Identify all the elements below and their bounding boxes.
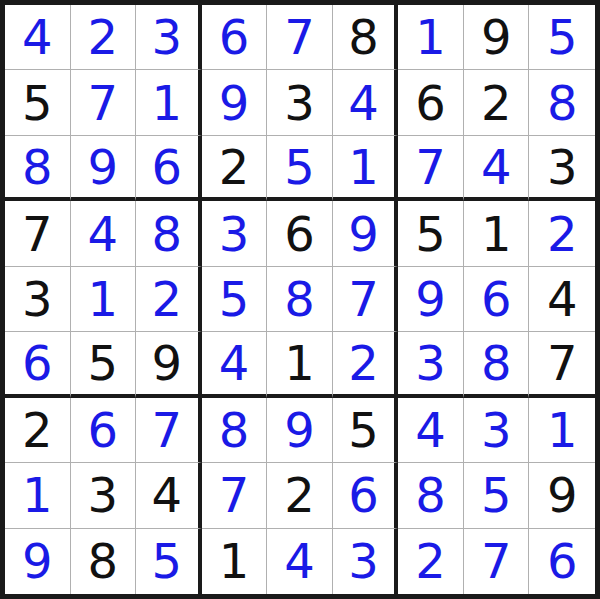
- cell-r3c6[interactable]: 1: [333, 136, 399, 201]
- cell-r8c1[interactable]: 1: [5, 463, 71, 528]
- cell-r6c8[interactable]: 8: [464, 332, 530, 397]
- cell-r2c6[interactable]: 4: [333, 70, 399, 135]
- cell-r4c6[interactable]: 9: [333, 201, 399, 266]
- cell-r9c6[interactable]: 3: [333, 529, 399, 594]
- cell-r2c9[interactable]: 8: [529, 70, 595, 135]
- cell-r9c1[interactable]: 9: [5, 529, 71, 594]
- cell-r5c1[interactable]: 3: [5, 267, 71, 332]
- cell-r5c2[interactable]: 1: [71, 267, 137, 332]
- cell-r2c7[interactable]: 6: [398, 70, 464, 135]
- cell-r8c4[interactable]: 7: [202, 463, 268, 528]
- cell-r7c8[interactable]: 3: [464, 398, 530, 463]
- cell-r5c5[interactable]: 8: [267, 267, 333, 332]
- cell-r6c2[interactable]: 5: [71, 332, 137, 397]
- cell-r4c3[interactable]: 8: [136, 201, 202, 266]
- cell-r1c2[interactable]: 2: [71, 5, 137, 70]
- cell-r7c4[interactable]: 8: [202, 398, 268, 463]
- cell-r7c2[interactable]: 6: [71, 398, 137, 463]
- cell-r6c3[interactable]: 9: [136, 332, 202, 397]
- cell-r1c3[interactable]: 3: [136, 5, 202, 70]
- cell-r1c6[interactable]: 8: [333, 5, 399, 70]
- cell-r3c3[interactable]: 6: [136, 136, 202, 201]
- cell-r7c9[interactable]: 1: [529, 398, 595, 463]
- cell-r1c9[interactable]: 5: [529, 5, 595, 70]
- cell-r2c4[interactable]: 9: [202, 70, 268, 135]
- cell-r1c4[interactable]: 6: [202, 5, 268, 70]
- cell-r1c8[interactable]: 9: [464, 5, 530, 70]
- cell-r5c7[interactable]: 9: [398, 267, 464, 332]
- cell-r7c1[interactable]: 2: [5, 398, 71, 463]
- cell-r9c7[interactable]: 2: [398, 529, 464, 594]
- cell-r6c9[interactable]: 7: [529, 332, 595, 397]
- cell-r3c7[interactable]: 7: [398, 136, 464, 201]
- cell-r4c5[interactable]: 6: [267, 201, 333, 266]
- cell-r1c7[interactable]: 1: [398, 5, 464, 70]
- cell-r6c1[interactable]: 6: [5, 332, 71, 397]
- cell-r8c2[interactable]: 3: [71, 463, 137, 528]
- cell-r9c3[interactable]: 5: [136, 529, 202, 594]
- cell-r2c5[interactable]: 3: [267, 70, 333, 135]
- cell-r2c1[interactable]: 5: [5, 70, 71, 135]
- cell-r3c4[interactable]: 2: [202, 136, 268, 201]
- cell-r6c4[interactable]: 4: [202, 332, 268, 397]
- cell-r4c4[interactable]: 3: [202, 201, 268, 266]
- cell-r5c6[interactable]: 7: [333, 267, 399, 332]
- cell-r4c9[interactable]: 2: [529, 201, 595, 266]
- cell-r8c8[interactable]: 5: [464, 463, 530, 528]
- sudoku-board: 4236781955719346288962517437483695123125…: [0, 0, 600, 599]
- cell-r9c4[interactable]: 1: [202, 529, 268, 594]
- cell-r5c8[interactable]: 6: [464, 267, 530, 332]
- cell-r7c6[interactable]: 5: [333, 398, 399, 463]
- cell-r7c7[interactable]: 4: [398, 398, 464, 463]
- cell-r5c4[interactable]: 5: [202, 267, 268, 332]
- cell-r6c5[interactable]: 1: [267, 332, 333, 397]
- cell-r7c3[interactable]: 7: [136, 398, 202, 463]
- cell-r2c2[interactable]: 7: [71, 70, 137, 135]
- cell-r6c6[interactable]: 2: [333, 332, 399, 397]
- cell-r9c2[interactable]: 8: [71, 529, 137, 594]
- cell-r6c7[interactable]: 3: [398, 332, 464, 397]
- cell-r4c7[interactable]: 5: [398, 201, 464, 266]
- cell-r5c9[interactable]: 4: [529, 267, 595, 332]
- cell-r3c1[interactable]: 8: [5, 136, 71, 201]
- cell-r3c5[interactable]: 5: [267, 136, 333, 201]
- cell-r4c8[interactable]: 1: [464, 201, 530, 266]
- cell-r9c5[interactable]: 4: [267, 529, 333, 594]
- cell-r5c3[interactable]: 2: [136, 267, 202, 332]
- cell-r1c1[interactable]: 4: [5, 5, 71, 70]
- cell-r8c9[interactable]: 9: [529, 463, 595, 528]
- cell-r7c5[interactable]: 9: [267, 398, 333, 463]
- cell-r4c1[interactable]: 7: [5, 201, 71, 266]
- cell-r4c2[interactable]: 4: [71, 201, 137, 266]
- cell-r8c7[interactable]: 8: [398, 463, 464, 528]
- cell-r9c9[interactable]: 6: [529, 529, 595, 594]
- cell-r8c3[interactable]: 4: [136, 463, 202, 528]
- cell-r8c5[interactable]: 2: [267, 463, 333, 528]
- cell-r2c8[interactable]: 2: [464, 70, 530, 135]
- cell-r8c6[interactable]: 6: [333, 463, 399, 528]
- cell-r1c5[interactable]: 7: [267, 5, 333, 70]
- cell-r2c3[interactable]: 1: [136, 70, 202, 135]
- cell-r3c2[interactable]: 9: [71, 136, 137, 201]
- cell-r3c8[interactable]: 4: [464, 136, 530, 201]
- cell-r3c9[interactable]: 3: [529, 136, 595, 201]
- cell-r9c8[interactable]: 7: [464, 529, 530, 594]
